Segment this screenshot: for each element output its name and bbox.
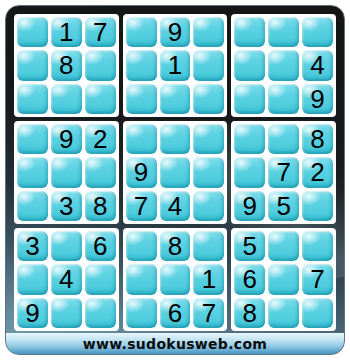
box-8: 8167 [123,228,228,331]
cell-r7c8[interactable] [268,231,299,261]
cell-r1c6[interactable] [193,17,224,47]
cell-r1c1[interactable] [17,17,48,47]
cell-r7c9[interactable] [302,231,333,261]
cell-r9c1[interactable]: 9 [17,298,48,328]
cell-r3c7[interactable] [234,84,265,114]
cell-r1c8[interactable] [268,17,299,47]
cell-r6c8[interactable]: 5 [268,191,299,221]
box-7: 3649 [14,228,119,331]
box-3: 49 [231,14,336,117]
cell-r3c2[interactable] [51,84,82,114]
cell-r1c7[interactable] [234,17,265,47]
cell-r5c8[interactable]: 7 [268,157,299,187]
cell-r6c3[interactable]: 8 [85,191,116,221]
cell-r7c1[interactable]: 3 [17,231,48,261]
sudoku-board: 1789149923897487295364981675678 [14,14,336,331]
cell-r5c7[interactable] [234,157,265,187]
cell-r1c5[interactable]: 9 [160,17,191,47]
cell-r4c7[interactable] [234,124,265,154]
cell-r8c8[interactable] [268,264,299,294]
cell-r1c9[interactable] [302,17,333,47]
cell-r9c6[interactable]: 7 [193,298,224,328]
cell-r6c5[interactable]: 4 [160,191,191,221]
cell-r3c1[interactable] [17,84,48,114]
cell-r9c3[interactable] [85,298,116,328]
cell-r2c5[interactable]: 1 [160,50,191,80]
box-4: 9238 [14,121,119,224]
box-6: 87295 [231,121,336,224]
box-2: 91 [123,14,228,117]
cell-r1c3[interactable]: 7 [85,17,116,47]
cell-r2c8[interactable] [268,50,299,80]
cell-r3c8[interactable] [268,84,299,114]
cell-r3c3[interactable] [85,84,116,114]
cell-r4c3[interactable]: 2 [85,124,116,154]
cell-r3c9[interactable]: 9 [302,84,333,114]
cell-r7c5[interactable]: 8 [160,231,191,261]
cell-r5c9[interactable]: 2 [302,157,333,187]
cell-r8c9[interactable]: 7 [302,264,333,294]
cell-r4c6[interactable] [193,124,224,154]
cell-r3c5[interactable] [160,84,191,114]
sudoku-board-frame: 1789149923897487295364981675678 www.sudo… [5,5,345,355]
cell-r9c8[interactable] [268,298,299,328]
cell-r2c4[interactable] [126,50,157,80]
cell-r4c9[interactable]: 8 [302,124,333,154]
cell-r9c7[interactable]: 8 [234,298,265,328]
cell-r8c5[interactable] [160,264,191,294]
cell-r9c5[interactable]: 6 [160,298,191,328]
cell-r2c3[interactable] [85,50,116,80]
cell-r9c2[interactable] [51,298,82,328]
cell-r4c2[interactable]: 9 [51,124,82,154]
footer-bar: www.sudokusweb.com [6,333,344,354]
cell-r4c5[interactable] [160,124,191,154]
cell-r8c4[interactable] [126,264,157,294]
box-1: 178 [14,14,119,117]
cell-r2c9[interactable]: 4 [302,50,333,80]
cell-r8c7[interactable]: 6 [234,264,265,294]
cell-r6c1[interactable] [17,191,48,221]
cell-r5c1[interactable] [17,157,48,187]
cell-r1c4[interactable] [126,17,157,47]
site-url-label: www.sudokusweb.com [83,336,267,352]
cell-r1c2[interactable]: 1 [51,17,82,47]
cell-r3c6[interactable] [193,84,224,114]
page: 1789149923897487295364981675678 www.sudo… [0,0,350,360]
cell-r5c4[interactable]: 9 [126,157,157,187]
box-5: 974 [123,121,228,224]
cell-r2c2[interactable]: 8 [51,50,82,80]
cell-r9c9[interactable] [302,298,333,328]
cell-r7c4[interactable] [126,231,157,261]
cell-r9c4[interactable] [126,298,157,328]
cell-r5c3[interactable] [85,157,116,187]
cell-r6c9[interactable] [302,191,333,221]
cell-r6c4[interactable]: 7 [126,191,157,221]
cell-r2c1[interactable] [17,50,48,80]
cell-r8c6[interactable]: 1 [193,264,224,294]
cell-r6c6[interactable] [193,191,224,221]
cell-r4c4[interactable] [126,124,157,154]
cell-r7c2[interactable] [51,231,82,261]
cell-r4c1[interactable] [17,124,48,154]
cell-r7c3[interactable]: 6 [85,231,116,261]
cell-r5c2[interactable] [51,157,82,187]
cell-r6c7[interactable]: 9 [234,191,265,221]
cell-r8c3[interactable] [85,264,116,294]
cell-r6c2[interactable]: 3 [51,191,82,221]
cell-r5c5[interactable] [160,157,191,187]
cell-r2c6[interactable] [193,50,224,80]
cell-r5c6[interactable] [193,157,224,187]
cell-r8c2[interactable]: 4 [51,264,82,294]
cell-r3c4[interactable] [126,84,157,114]
box-9: 5678 [231,228,336,331]
cell-r4c8[interactable] [268,124,299,154]
cell-r7c7[interactable]: 5 [234,231,265,261]
cell-r2c7[interactable] [234,50,265,80]
cell-r8c1[interactable] [17,264,48,294]
cell-r7c6[interactable] [193,231,224,261]
